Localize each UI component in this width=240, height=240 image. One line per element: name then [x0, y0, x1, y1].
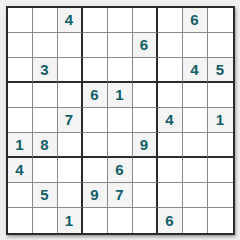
cell-r2c6[interactable]: 6 — [133, 33, 158, 58]
cell-r5c3[interactable]: 7 — [58, 108, 83, 133]
cell-r6c6[interactable]: 9 — [133, 133, 158, 158]
cell-r5c7[interactable]: 4 — [158, 108, 183, 133]
cell-r8c7[interactable] — [158, 183, 183, 208]
cell-r5c9[interactable]: 1 — [208, 108, 233, 133]
cell-r6c4[interactable] — [83, 133, 108, 158]
cell-r9c7[interactable]: 6 — [158, 208, 183, 233]
sudoku-board: 466345617411894659716 — [6, 6, 235, 235]
cell-r7c9[interactable] — [208, 158, 233, 183]
cell-r1c3[interactable]: 4 — [58, 8, 83, 33]
cell-r1c9[interactable] — [208, 8, 233, 33]
cell-r3c8[interactable]: 4 — [183, 58, 208, 83]
cell-r6c5[interactable] — [108, 133, 133, 158]
cell-r8c6[interactable] — [133, 183, 158, 208]
cell-r3c6[interactable] — [133, 58, 158, 83]
cell-r1c8[interactable]: 6 — [183, 8, 208, 33]
cell-r4c3[interactable] — [58, 83, 83, 108]
cell-r6c7[interactable] — [158, 133, 183, 158]
cell-r8c2[interactable]: 5 — [33, 183, 58, 208]
cell-r9c8[interactable] — [183, 208, 208, 233]
cell-r6c2[interactable]: 8 — [33, 133, 58, 158]
cell-r4c1[interactable] — [8, 83, 33, 108]
cell-r7c3[interactable] — [58, 158, 83, 183]
cell-r8c5[interactable]: 7 — [108, 183, 133, 208]
cell-r1c5[interactable] — [108, 8, 133, 33]
cell-r9c2[interactable] — [33, 208, 58, 233]
cell-r3c3[interactable] — [58, 58, 83, 83]
cell-r9c4[interactable] — [83, 208, 108, 233]
cell-r4c6[interactable] — [133, 83, 158, 108]
cell-r7c4[interactable] — [83, 158, 108, 183]
cell-r2c5[interactable] — [108, 33, 133, 58]
cell-r9c6[interactable] — [133, 208, 158, 233]
cell-r1c7[interactable] — [158, 8, 183, 33]
cell-r3c1[interactable] — [8, 58, 33, 83]
cell-r6c3[interactable] — [58, 133, 83, 158]
cell-r7c2[interactable] — [33, 158, 58, 183]
page: 466345617411894659716 — [0, 0, 240, 240]
cell-r4c7[interactable] — [158, 83, 183, 108]
cell-r5c4[interactable] — [83, 108, 108, 133]
cell-r7c1[interactable]: 4 — [8, 158, 33, 183]
cell-r2c9[interactable] — [208, 33, 233, 58]
cell-r6c8[interactable] — [183, 133, 208, 158]
cell-r2c7[interactable] — [158, 33, 183, 58]
cell-r5c5[interactable] — [108, 108, 133, 133]
cell-r3c4[interactable] — [83, 58, 108, 83]
cell-r9c9[interactable] — [208, 208, 233, 233]
cell-r8c3[interactable] — [58, 183, 83, 208]
cell-r1c6[interactable] — [133, 8, 158, 33]
cell-r2c4[interactable] — [83, 33, 108, 58]
cell-r7c7[interactable] — [158, 158, 183, 183]
cell-r3c7[interactable] — [158, 58, 183, 83]
cell-r8c9[interactable] — [208, 183, 233, 208]
cell-r6c1[interactable]: 1 — [8, 133, 33, 158]
cell-r9c3[interactable]: 1 — [58, 208, 83, 233]
cell-r7c6[interactable] — [133, 158, 158, 183]
cell-r1c1[interactable] — [8, 8, 33, 33]
cell-r4c8[interactable] — [183, 83, 208, 108]
cell-r4c9[interactable] — [208, 83, 233, 108]
cell-r3c9[interactable]: 5 — [208, 58, 233, 83]
cell-r4c4[interactable]: 6 — [83, 83, 108, 108]
cell-r6c9[interactable] — [208, 133, 233, 158]
cell-r7c8[interactable] — [183, 158, 208, 183]
cell-r1c2[interactable] — [33, 8, 58, 33]
cell-r5c1[interactable] — [8, 108, 33, 133]
cell-r2c3[interactable] — [58, 33, 83, 58]
cell-r2c2[interactable] — [33, 33, 58, 58]
cell-r5c6[interactable] — [133, 108, 158, 133]
cell-r9c5[interactable] — [108, 208, 133, 233]
cell-r4c2[interactable] — [33, 83, 58, 108]
cell-r3c5[interactable] — [108, 58, 133, 83]
cell-r3c2[interactable]: 3 — [33, 58, 58, 83]
cell-r5c2[interactable] — [33, 108, 58, 133]
cell-r9c1[interactable] — [8, 208, 33, 233]
cell-r1c4[interactable] — [83, 8, 108, 33]
cell-r2c8[interactable] — [183, 33, 208, 58]
cell-r5c8[interactable] — [183, 108, 208, 133]
cell-r8c1[interactable] — [8, 183, 33, 208]
cell-r2c1[interactable] — [8, 33, 33, 58]
cell-r8c8[interactable] — [183, 183, 208, 208]
cell-r4c5[interactable]: 1 — [108, 83, 133, 108]
cell-r7c5[interactable]: 6 — [108, 158, 133, 183]
cell-r8c4[interactable]: 9 — [83, 183, 108, 208]
